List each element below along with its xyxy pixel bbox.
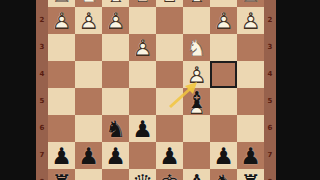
white-bishop-icon[interactable]: ♗ [183,0,210,7]
letterbox-right [276,0,320,180]
square-e5[interactable] [156,88,183,115]
square-c4[interactable] [102,61,129,88]
white-pawn-icon[interactable]: ♙ [237,7,264,34]
square-d8[interactable]: ♛ [129,169,156,180]
square-h2[interactable]: ♟♙ [237,7,264,34]
square-d5[interactable] [129,88,156,115]
white-knight-icon[interactable]: ♘ [75,0,102,7]
square-b1[interactable]: ♞♘ [75,0,102,7]
square-g2[interactable]: ♟♙ [210,7,237,34]
square-a1[interactable]: ♜♖ [48,0,75,7]
square-b7[interactable]: ♟ [75,142,102,169]
square-h8[interactable]: ♜ [237,169,264,180]
black-knight-icon[interactable]: ♞ [102,115,129,142]
square-e6[interactable] [156,115,183,142]
square-b4[interactable] [75,61,102,88]
white-bishop-icon[interactable]: ♗ [102,0,129,7]
square-c1[interactable]: ♝♗ [102,0,129,7]
rank-label-7: 7 [264,142,276,169]
square-e7[interactable]: ♟ [156,142,183,169]
square-g5[interactable] [210,88,237,115]
square-e1[interactable]: ♚♔ [156,0,183,7]
black-knight-icon[interactable]: ♞ [210,169,237,180]
white-rook-icon[interactable]: ♖ [237,0,264,7]
square-b3[interactable] [75,34,102,61]
black-pawn-icon[interactable]: ♟ [129,115,156,142]
black-rook-icon[interactable]: ♜ [48,169,75,180]
rank-label-6: 6 [36,115,48,142]
square-a2[interactable]: ♟♙ [48,7,75,34]
white-pawn-icon[interactable]: ♙ [183,61,210,88]
square-g6[interactable] [210,115,237,142]
square-e8[interactable]: ♚ [156,169,183,180]
square-g1[interactable] [210,0,237,7]
square-b6[interactable] [75,115,102,142]
black-bishop-icon[interactable]: ♝ [183,169,210,180]
rank-label-2: 2 [264,7,276,34]
square-c2[interactable]: ♟♙ [102,7,129,34]
square-a6[interactable] [48,115,75,142]
square-e3[interactable] [156,34,183,61]
white-pawn-icon[interactable]: ♙ [48,7,75,34]
rank-label-8: 8 [264,169,276,180]
square-e2[interactable] [156,7,183,34]
square-a5[interactable] [48,88,75,115]
square-f6[interactable] [183,115,210,142]
square-h7[interactable]: ♟ [237,142,264,169]
white-pawn-icon[interactable]: ♙ [210,7,237,34]
square-a4[interactable] [48,61,75,88]
video-frame: 12345678 ♜♖♞♘♝♗♛♕♚♔♝♗♜♖♟♙♟♙♟♙♟♙♟♙♟♙♞♘♟♙♟… [0,0,320,180]
square-h4[interactable] [237,61,264,88]
square-d1[interactable]: ♛♕ [129,0,156,7]
white-knight-icon[interactable]: ♘ [183,34,210,61]
square-b8[interactable] [75,169,102,180]
square-c6[interactable]: ♞ [102,115,129,142]
white-pawn-icon[interactable]: ♙ [75,7,102,34]
square-g3[interactable] [210,34,237,61]
square-d7[interactable] [129,142,156,169]
rank-label-6: 6 [264,115,276,142]
black-pawn-icon[interactable]: ♟ [237,142,264,169]
square-d3[interactable]: ♟♙ [129,34,156,61]
black-pawn-icon[interactable]: ♟ [210,142,237,169]
square-a7[interactable]: ♟ [48,142,75,169]
square-h3[interactable] [237,34,264,61]
square-f8[interactable]: ♝ [183,169,210,180]
rank-label-7: 7 [36,142,48,169]
square-h1[interactable]: ♜♖ [237,0,264,7]
letterbox-left [0,0,36,180]
white-queen-icon[interactable]: ♕ [129,0,156,7]
rank-label-3: 3 [264,34,276,61]
rank-label-4: 4 [36,61,48,88]
square-f4[interactable]: ♟♙ [183,61,210,88]
black-pawn-icon[interactable]: ♟ [48,142,75,169]
rank-label-2: 2 [36,7,48,34]
square-a8[interactable]: ♜ [48,169,75,180]
white-king-icon[interactable]: ♔ [156,0,183,7]
black-pawn-icon[interactable]: ♟ [156,142,183,169]
black-bishop-icon[interactable]: ♝ [183,86,210,113]
square-b2[interactable]: ♟♙ [75,7,102,34]
white-rook-icon[interactable]: ♖ [48,0,75,7]
square-g8[interactable]: ♞ [210,169,237,180]
white-pawn-icon[interactable]: ♙ [129,34,156,61]
square-f1[interactable]: ♝♗ [183,0,210,7]
rank-label-5: 5 [264,88,276,115]
square-g7[interactable]: ♟ [210,142,237,169]
rank-label-3: 3 [36,34,48,61]
square-f2[interactable] [183,7,210,34]
black-king-icon[interactable]: ♚ [156,169,183,180]
square-c7[interactable]: ♟ [102,142,129,169]
square-d6[interactable]: ♟ [129,115,156,142]
rank-labels-right: 12345678 [264,0,276,180]
black-pawn-icon[interactable]: ♟ [102,142,129,169]
rank-label-5: 5 [36,88,48,115]
square-f7[interactable] [183,142,210,169]
square-e4[interactable] [156,61,183,88]
rank-label-1: 1 [36,0,48,7]
rank-label-1: 1 [264,0,276,7]
square-h6[interactable] [237,115,264,142]
square-a3[interactable] [48,34,75,61]
chess-board: 12345678 ♜♖♞♘♝♗♛♕♚♔♝♗♜♖♟♙♟♙♟♙♟♙♟♙♟♙♞♘♟♙♟… [36,0,276,180]
black-queen-icon[interactable]: ♛ [129,169,156,180]
square-h5[interactable] [237,88,264,115]
rank-label-4: 4 [264,61,276,88]
square-c3[interactable] [102,34,129,61]
board-squares: ♜♖♞♘♝♗♛♕♚♔♝♗♜♖♟♙♟♙♟♙♟♙♟♙♟♙♞♘♟♙♟♙♝♞♟♟♟♟♟♟… [48,0,264,180]
black-pawn-icon[interactable]: ♟ [75,142,102,169]
square-f5[interactable]: ♟♙♝ [183,88,210,115]
white-pawn-icon[interactable]: ♙ [102,7,129,34]
highlighted-square-g4[interactable] [210,61,237,88]
square-d2[interactable] [129,7,156,34]
square-d4[interactable] [129,61,156,88]
square-c5[interactable] [102,88,129,115]
square-f3[interactable]: ♞♘ [183,34,210,61]
black-rook-icon[interactable]: ♜ [237,169,264,180]
square-b5[interactable] [75,88,102,115]
rank-labels-left: 12345678 [36,0,48,180]
rank-label-8: 8 [36,169,48,180]
square-c8[interactable] [102,169,129,180]
